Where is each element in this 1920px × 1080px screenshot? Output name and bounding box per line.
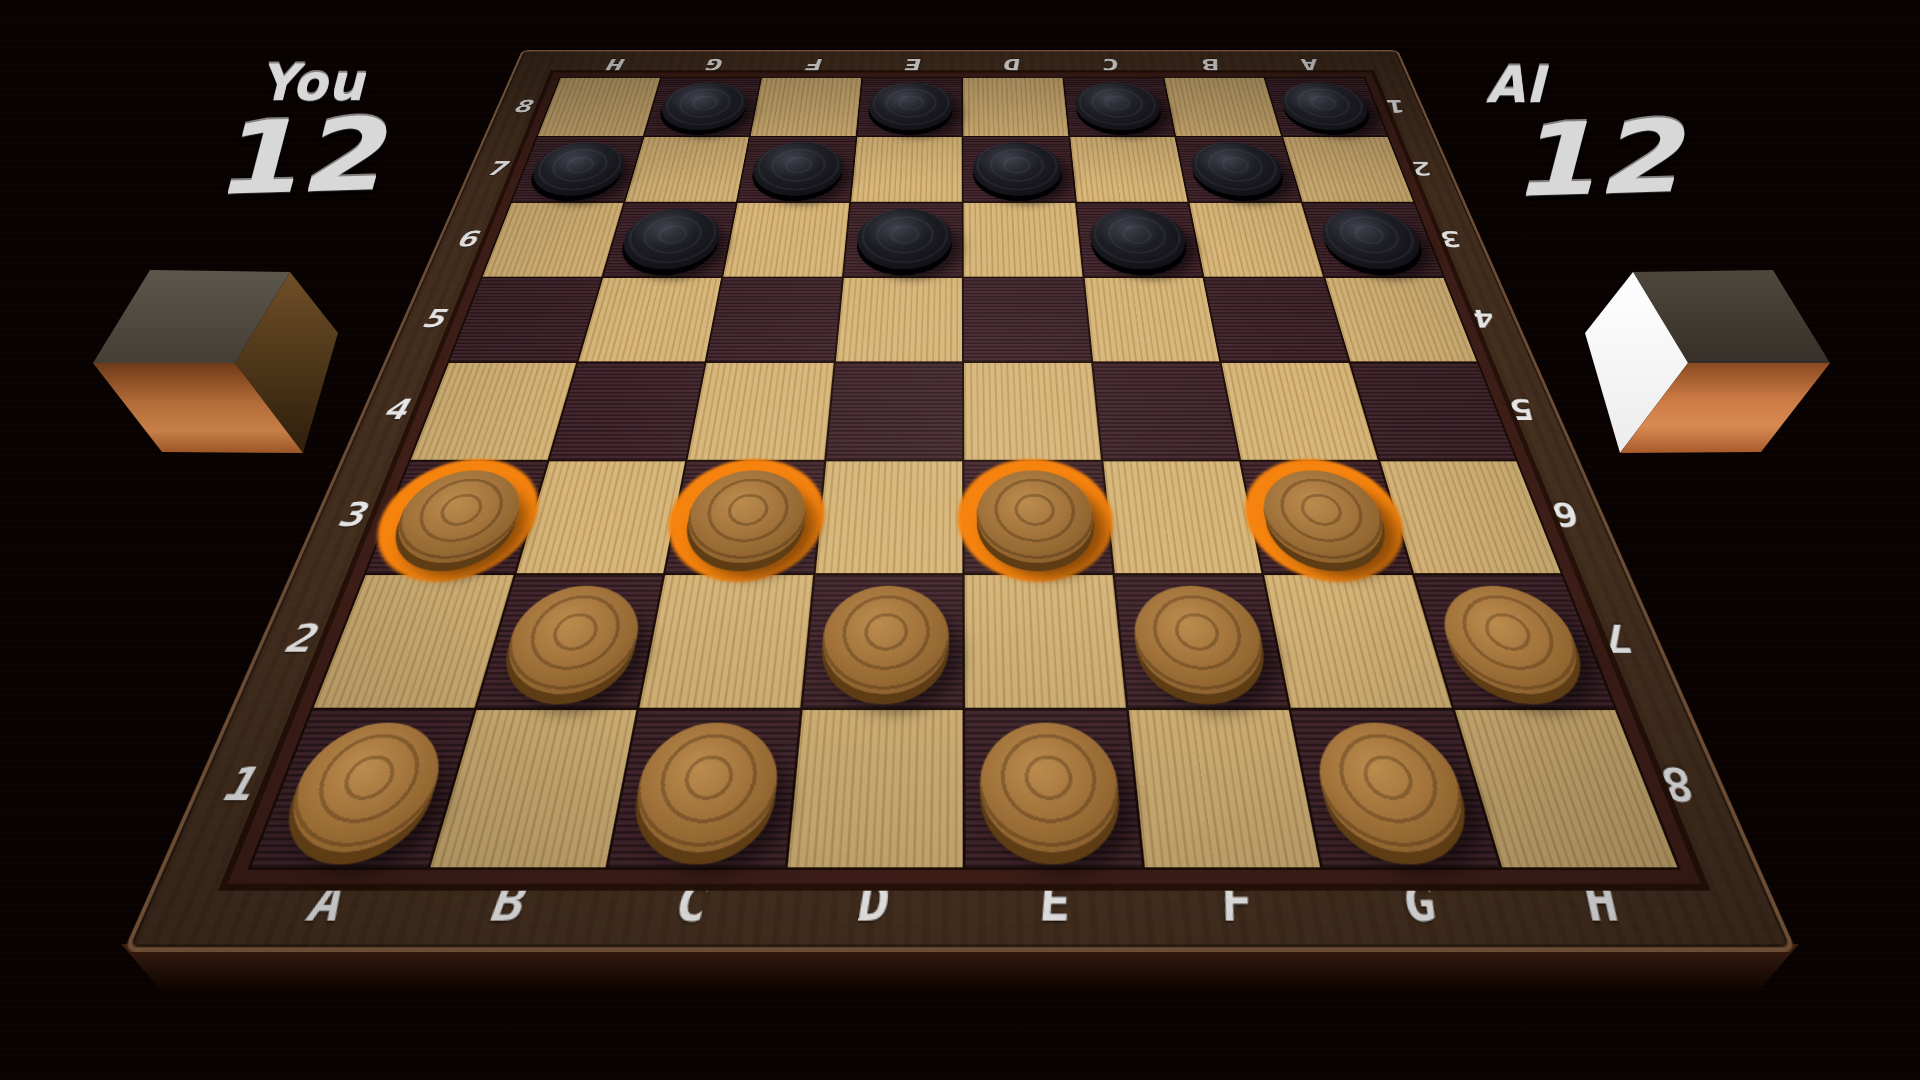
- piece-black-d6[interactable]: [855, 209, 952, 269]
- square-c2: [639, 575, 812, 707]
- ai-color-cube-icon: [1578, 262, 1838, 462]
- square-g7[interactable]: [1176, 137, 1300, 202]
- file-label-far-g: G: [658, 52, 769, 78]
- file-label-d: D: [773, 859, 970, 947]
- file-label-b: B: [400, 859, 614, 947]
- file-label-far-c: C: [1060, 52, 1161, 78]
- player-score: 12: [210, 107, 400, 207]
- square-c6: [723, 203, 849, 277]
- file-label-far-b: B: [1160, 52, 1260, 78]
- square-e6: [964, 203, 1083, 277]
- file-label-far-f: F: [759, 52, 868, 78]
- file-label-far-e: E: [859, 52, 965, 78]
- square-c1[interactable]: [608, 709, 799, 867]
- piece-black-b6[interactable]: [616, 209, 725, 269]
- square-e3[interactable]: [964, 461, 1112, 573]
- file-label-a: A: [214, 859, 437, 947]
- square-d1: [787, 709, 963, 867]
- piece-black-f8[interactable]: [1073, 83, 1164, 131]
- file-label-far-h: H: [558, 52, 672, 78]
- square-c5[interactable]: [707, 278, 842, 362]
- square-c3[interactable]: [666, 461, 824, 573]
- square-d2[interactable]: [802, 575, 962, 707]
- square-f8[interactable]: [1064, 78, 1175, 136]
- piece-brown-f2[interactable]: [1129, 586, 1272, 695]
- square-b7: [625, 137, 749, 202]
- piece-brown-g1[interactable]: [1308, 722, 1479, 852]
- square-g6: [1189, 203, 1322, 277]
- ai-score-panel: AI 12: [1486, 56, 1649, 209]
- file-label-far-d: D: [959, 52, 1063, 78]
- piece-brown-d2[interactable]: [818, 586, 950, 695]
- player-color-cube-icon: [85, 262, 345, 462]
- piece-black-d8[interactable]: [867, 83, 953, 131]
- file-label-e: E: [959, 859, 1147, 947]
- square-e4: [964, 363, 1100, 459]
- square-c8: [751, 78, 861, 136]
- piece-black-f6[interactable]: [1087, 209, 1190, 269]
- piece-brown-a1[interactable]: [272, 722, 455, 852]
- square-e2: [965, 575, 1126, 707]
- piece-brown-b2[interactable]: [494, 586, 647, 695]
- file-labels-near: ABCDEFGH: [220, 859, 1709, 947]
- square-e7[interactable]: [963, 137, 1074, 202]
- piece-black-e7[interactable]: [973, 142, 1064, 195]
- piece-black-a7[interactable]: [524, 142, 631, 195]
- square-f5: [1084, 278, 1219, 362]
- square-b5: [578, 278, 721, 362]
- square-c4: [688, 363, 834, 459]
- square-e5[interactable]: [964, 278, 1091, 362]
- square-d6[interactable]: [844, 203, 962, 277]
- square-c7[interactable]: [738, 137, 855, 202]
- piece-black-g7[interactable]: [1187, 142, 1289, 195]
- piece-brown-e1[interactable]: [980, 722, 1125, 852]
- piece-brown-c1[interactable]: [627, 722, 784, 852]
- square-a8: [538, 78, 660, 136]
- ai-score: 12: [1508, 109, 1682, 209]
- file-label-c: C: [586, 859, 791, 947]
- square-d3: [815, 461, 962, 573]
- piece-black-b8[interactable]: [655, 83, 750, 131]
- file-label-f: F: [1145, 859, 1331, 947]
- file-label-far-a: A: [1259, 52, 1361, 78]
- square-b6[interactable]: [603, 203, 736, 277]
- piece-brown-h2[interactable]: [1430, 586, 1594, 695]
- square-b4[interactable]: [549, 363, 704, 459]
- square-g5[interactable]: [1204, 278, 1347, 362]
- square-f7: [1070, 137, 1188, 202]
- square-g8: [1164, 78, 1280, 136]
- square-e1[interactable]: [965, 709, 1141, 867]
- piece-black-h8[interactable]: [1275, 83, 1375, 131]
- game-screen: You 12 AI 12: [0, 0, 1920, 1080]
- square-d4[interactable]: [826, 363, 962, 459]
- square-e8: [963, 78, 1068, 136]
- player-score-panel: You 12: [212, 54, 365, 207]
- piece-black-c7[interactable]: [749, 142, 846, 195]
- square-f4[interactable]: [1093, 363, 1239, 459]
- square-d7: [851, 137, 962, 202]
- square-f1: [1128, 709, 1320, 867]
- square-d5: [835, 278, 962, 362]
- square-f3: [1103, 461, 1262, 573]
- file-labels-far: HGFEDCBA: [561, 52, 1364, 78]
- square-f2[interactable]: [1114, 575, 1288, 707]
- file-label-h: H: [1502, 859, 1704, 947]
- square-b8[interactable]: [644, 78, 760, 136]
- square-f6[interactable]: [1076, 203, 1202, 277]
- piece-black-h6[interactable]: [1314, 209, 1429, 269]
- file-label-g: G: [1324, 859, 1517, 947]
- square-d8[interactable]: [857, 78, 962, 136]
